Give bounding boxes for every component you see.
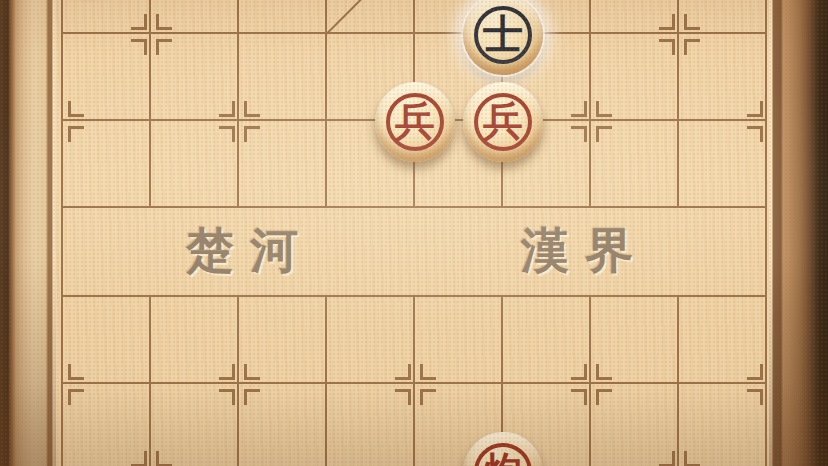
piece-glyph: 炮 (483, 451, 523, 466)
piece-red-soldier-right[interactable]: 兵 (463, 82, 543, 162)
board-frame-right (769, 0, 828, 466)
xiangqi-board[interactable]: 楚河 漢界 士兵兵炮 (0, 0, 828, 466)
piece-red-soldier-left[interactable]: 兵 (375, 82, 455, 162)
piece-glyph: 士 (483, 14, 523, 54)
board-frame-left (0, 0, 56, 466)
river-label-right: 漢界 (505, 219, 649, 283)
piece-glyph: 兵 (483, 101, 523, 141)
piece-red-cannon[interactable]: 炮 (463, 432, 543, 466)
river-label-left: 楚河 (170, 219, 314, 283)
piece-glyph: 兵 (395, 101, 435, 141)
piece-black-advisor[interactable]: 士 (463, 0, 543, 75)
